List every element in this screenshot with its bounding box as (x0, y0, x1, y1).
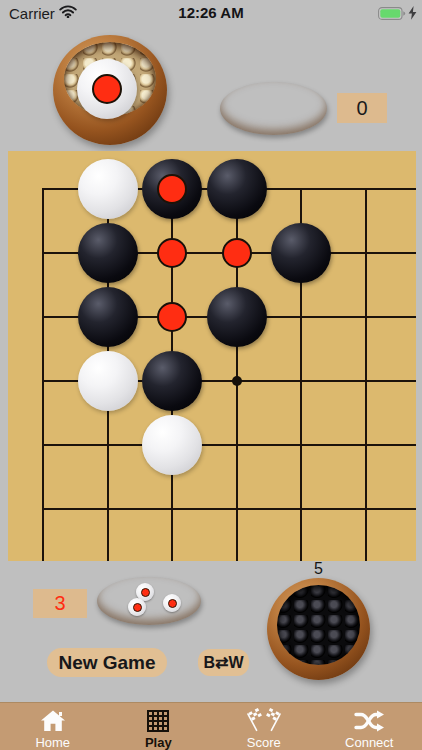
black-stone (271, 223, 331, 283)
swap-colors-button[interactable]: B⇄W (198, 649, 249, 676)
battery-icon (378, 6, 406, 24)
grid-line (42, 188, 44, 561)
status-bar: Carrier 12:26 AM (0, 0, 422, 26)
tab-play[interactable]: Play (106, 703, 212, 750)
time-label: 12:26 AM (0, 4, 422, 21)
black-stone (142, 351, 202, 411)
grid-line (42, 444, 416, 446)
grid-line (42, 508, 416, 510)
captured-stone-red-dot (133, 603, 142, 612)
tab-score[interactable]: Score (211, 703, 317, 750)
grid-line (365, 188, 367, 561)
tab-home[interactable]: Home (0, 703, 106, 750)
black-capture-lid (97, 577, 201, 625)
go-app: Carrier 12:26 AM (0, 0, 422, 750)
black-stone-bowl (267, 578, 370, 680)
captured-stone-red-dot (141, 588, 150, 597)
tab-play-label: Play (145, 735, 172, 750)
home-icon (40, 708, 66, 733)
black-stone (78, 223, 138, 283)
white-stone (78, 351, 138, 411)
black-stone (142, 159, 202, 219)
white-stone-bowl (53, 35, 167, 145)
black-stone (207, 287, 267, 347)
black-captures-count: 3 (33, 589, 87, 618)
tab-connect[interactable]: Connect (317, 703, 422, 750)
tab-score-label: Score (247, 735, 281, 750)
go-board[interactable] (8, 151, 416, 561)
tab-bar: Home Play (0, 702, 422, 750)
capture-marker (157, 302, 187, 332)
tab-connect-label: Connect (345, 735, 393, 750)
flags-icon (247, 708, 281, 733)
captured-stone-red-dot (168, 599, 177, 608)
white-capture-lid (220, 82, 327, 135)
white-stone (78, 159, 138, 219)
capture-marker (157, 238, 187, 268)
black-stone (78, 287, 138, 347)
captured-stone (128, 598, 146, 616)
white-stone (142, 415, 202, 475)
black-bowl-count: 5 (267, 560, 370, 578)
turn-indicator-red-dot (92, 74, 122, 104)
capture-marker (222, 238, 252, 268)
last-move-marker (157, 174, 187, 204)
star-point (232, 376, 242, 386)
shuffle-icon (354, 708, 384, 733)
new-game-button[interactable]: New Game (47, 648, 167, 677)
black-stone (207, 159, 267, 219)
tab-home-label: Home (35, 735, 70, 750)
grid-icon (146, 708, 170, 733)
charging-bolt-icon (408, 6, 417, 24)
white-captures-count: 0 (337, 93, 387, 123)
captured-stone (163, 594, 181, 612)
turn-indicator-stone (77, 59, 137, 119)
black-stones-in-bowl (277, 585, 360, 665)
